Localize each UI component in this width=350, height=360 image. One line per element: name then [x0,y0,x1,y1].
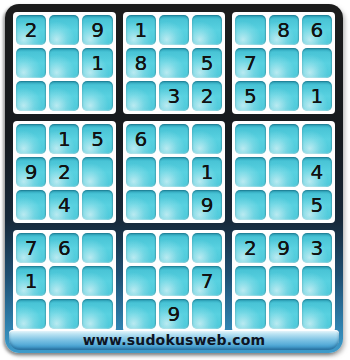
given-digit: 6 [134,129,147,149]
cell-r4c3[interactable]: 5 [82,124,112,154]
given-digit: 6 [58,238,71,258]
cell-r4c4[interactable]: 6 [126,124,156,154]
cell-r3c5[interactable]: 3 [159,81,189,111]
cell-r1c2[interactable] [49,15,79,45]
cell-r7c9[interactable]: 3 [302,233,332,263]
cell-r1c5[interactable] [159,15,189,45]
given-digit: 8 [277,20,290,40]
cell-r5c4[interactable] [126,157,156,187]
cell-r2c1[interactable] [16,48,46,78]
cell-r2c7[interactable]: 7 [235,48,265,78]
cell-r1c9[interactable]: 6 [302,15,332,45]
cell-r4c7[interactable] [235,124,265,154]
cell-r5c7[interactable] [235,157,265,187]
cell-r2c9[interactable] [302,48,332,78]
given-digit: 6 [311,20,324,40]
cell-r8c6[interactable]: 7 [192,266,222,296]
cell-r1c3[interactable]: 9 [82,15,112,45]
cell-r6c7[interactable] [235,190,265,220]
cell-r2c3[interactable]: 1 [82,48,112,78]
box-3: 86751 [232,12,335,114]
box-5: 619 [123,121,226,223]
given-digit: 1 [311,86,324,106]
given-digit: 1 [58,129,71,149]
cell-r6c8[interactable] [269,190,299,220]
cell-r5c2[interactable]: 2 [49,157,79,187]
cell-r6c5[interactable] [159,190,189,220]
cell-r1c8[interactable]: 8 [269,15,299,45]
cell-r3c4[interactable] [126,81,156,111]
cell-r5c5[interactable] [159,157,189,187]
cell-r7c3[interactable] [82,233,112,263]
box-8: 79 [123,230,226,332]
given-digit: 2 [58,162,71,182]
cell-r6c2[interactable]: 4 [49,190,79,220]
given-digit: 3 [168,86,181,106]
cell-r5c3[interactable] [82,157,112,187]
site-url: www.sudokusweb.com [83,332,266,348]
cell-r5c8[interactable] [269,157,299,187]
sudoku-board-frame: 2911853286751159246194576179293 www.sudo… [5,4,343,353]
cell-r2c6[interactable]: 5 [192,48,222,78]
cell-r3c2[interactable] [49,81,79,111]
cell-r2c8[interactable] [269,48,299,78]
given-digit: 4 [58,195,71,215]
box-1: 291 [13,12,116,114]
cell-r9c7[interactable] [235,299,265,329]
given-digit: 1 [91,53,104,73]
cell-r5c1[interactable]: 9 [16,157,46,187]
cell-r9c4[interactable] [126,299,156,329]
cell-r1c4[interactable]: 1 [126,15,156,45]
given-digit: 5 [91,129,104,149]
given-digit: 1 [201,162,214,182]
cell-r4c2[interactable]: 1 [49,124,79,154]
given-digit: 2 [244,238,257,258]
given-digit: 5 [201,53,214,73]
cell-r7c7[interactable]: 2 [235,233,265,263]
cell-r8c2[interactable] [49,266,79,296]
cell-r9c8[interactable] [269,299,299,329]
cell-r6c3[interactable] [82,190,112,220]
cell-r8c3[interactable] [82,266,112,296]
cell-r1c1[interactable]: 2 [16,15,46,45]
given-digit: 7 [244,53,257,73]
cell-r7c6[interactable] [192,233,222,263]
cell-r7c4[interactable] [126,233,156,263]
cell-r7c1[interactable]: 7 [16,233,46,263]
given-digit: 4 [311,162,324,182]
given-digit: 2 [25,20,38,40]
given-digit: 9 [277,238,290,258]
box-7: 761 [13,230,116,332]
given-digit: 1 [134,20,147,40]
cell-r4c8[interactable] [269,124,299,154]
cell-r8c8[interactable] [269,266,299,296]
given-digit: 1 [25,271,38,291]
cell-r2c4[interactable]: 8 [126,48,156,78]
cell-r3c9[interactable]: 1 [302,81,332,111]
cell-r6c1[interactable] [16,190,46,220]
given-digit: 8 [134,53,147,73]
cell-r3c3[interactable] [82,81,112,111]
cell-r8c5[interactable] [159,266,189,296]
footer-bar: www.sudokusweb.com [9,330,339,350]
cell-r2c2[interactable] [49,48,79,78]
cell-r3c8[interactable] [269,81,299,111]
cell-r7c8[interactable]: 9 [269,233,299,263]
cell-r3c6[interactable]: 2 [192,81,222,111]
cell-r9c3[interactable] [82,299,112,329]
cell-r4c6[interactable] [192,124,222,154]
box-9: 293 [232,230,335,332]
cell-r6c6[interactable]: 9 [192,190,222,220]
given-digit: 2 [201,86,214,106]
box-4: 15924 [13,121,116,223]
cell-r5c9[interactable]: 4 [302,157,332,187]
given-digit: 3 [311,238,324,258]
cell-r6c4[interactable] [126,190,156,220]
cell-r4c1[interactable] [16,124,46,154]
cell-r8c1[interactable]: 1 [16,266,46,296]
cell-r8c7[interactable] [235,266,265,296]
cell-r1c7[interactable] [235,15,265,45]
given-digit: 9 [91,20,104,40]
cell-r2c5[interactable] [159,48,189,78]
cell-r7c2[interactable]: 6 [49,233,79,263]
cell-r8c9[interactable] [302,266,332,296]
given-digit: 9 [201,195,214,215]
given-digit: 5 [244,86,257,106]
given-digit: 9 [25,162,38,182]
cell-r9c9[interactable] [302,299,332,329]
cell-r4c9[interactable] [302,124,332,154]
sudoku-grid: 2911853286751159246194576179293 [13,12,335,332]
cell-r1c6[interactable] [192,15,222,45]
box-6: 45 [232,121,335,223]
cell-r4c5[interactable] [159,124,189,154]
given-digit: 7 [201,271,214,291]
cell-r9c5[interactable]: 9 [159,299,189,329]
box-2: 18532 [123,12,226,114]
cell-r9c1[interactable] [16,299,46,329]
cell-r7c5[interactable] [159,233,189,263]
cell-r9c6[interactable] [192,299,222,329]
cell-r8c4[interactable] [126,266,156,296]
cell-r3c1[interactable] [16,81,46,111]
cell-r9c2[interactable] [49,299,79,329]
cell-r3c7[interactable]: 5 [235,81,265,111]
given-digit: 9 [168,304,181,324]
given-digit: 7 [25,238,38,258]
cell-r5c6[interactable]: 1 [192,157,222,187]
given-digit: 5 [311,195,324,215]
cell-r6c9[interactable]: 5 [302,190,332,220]
